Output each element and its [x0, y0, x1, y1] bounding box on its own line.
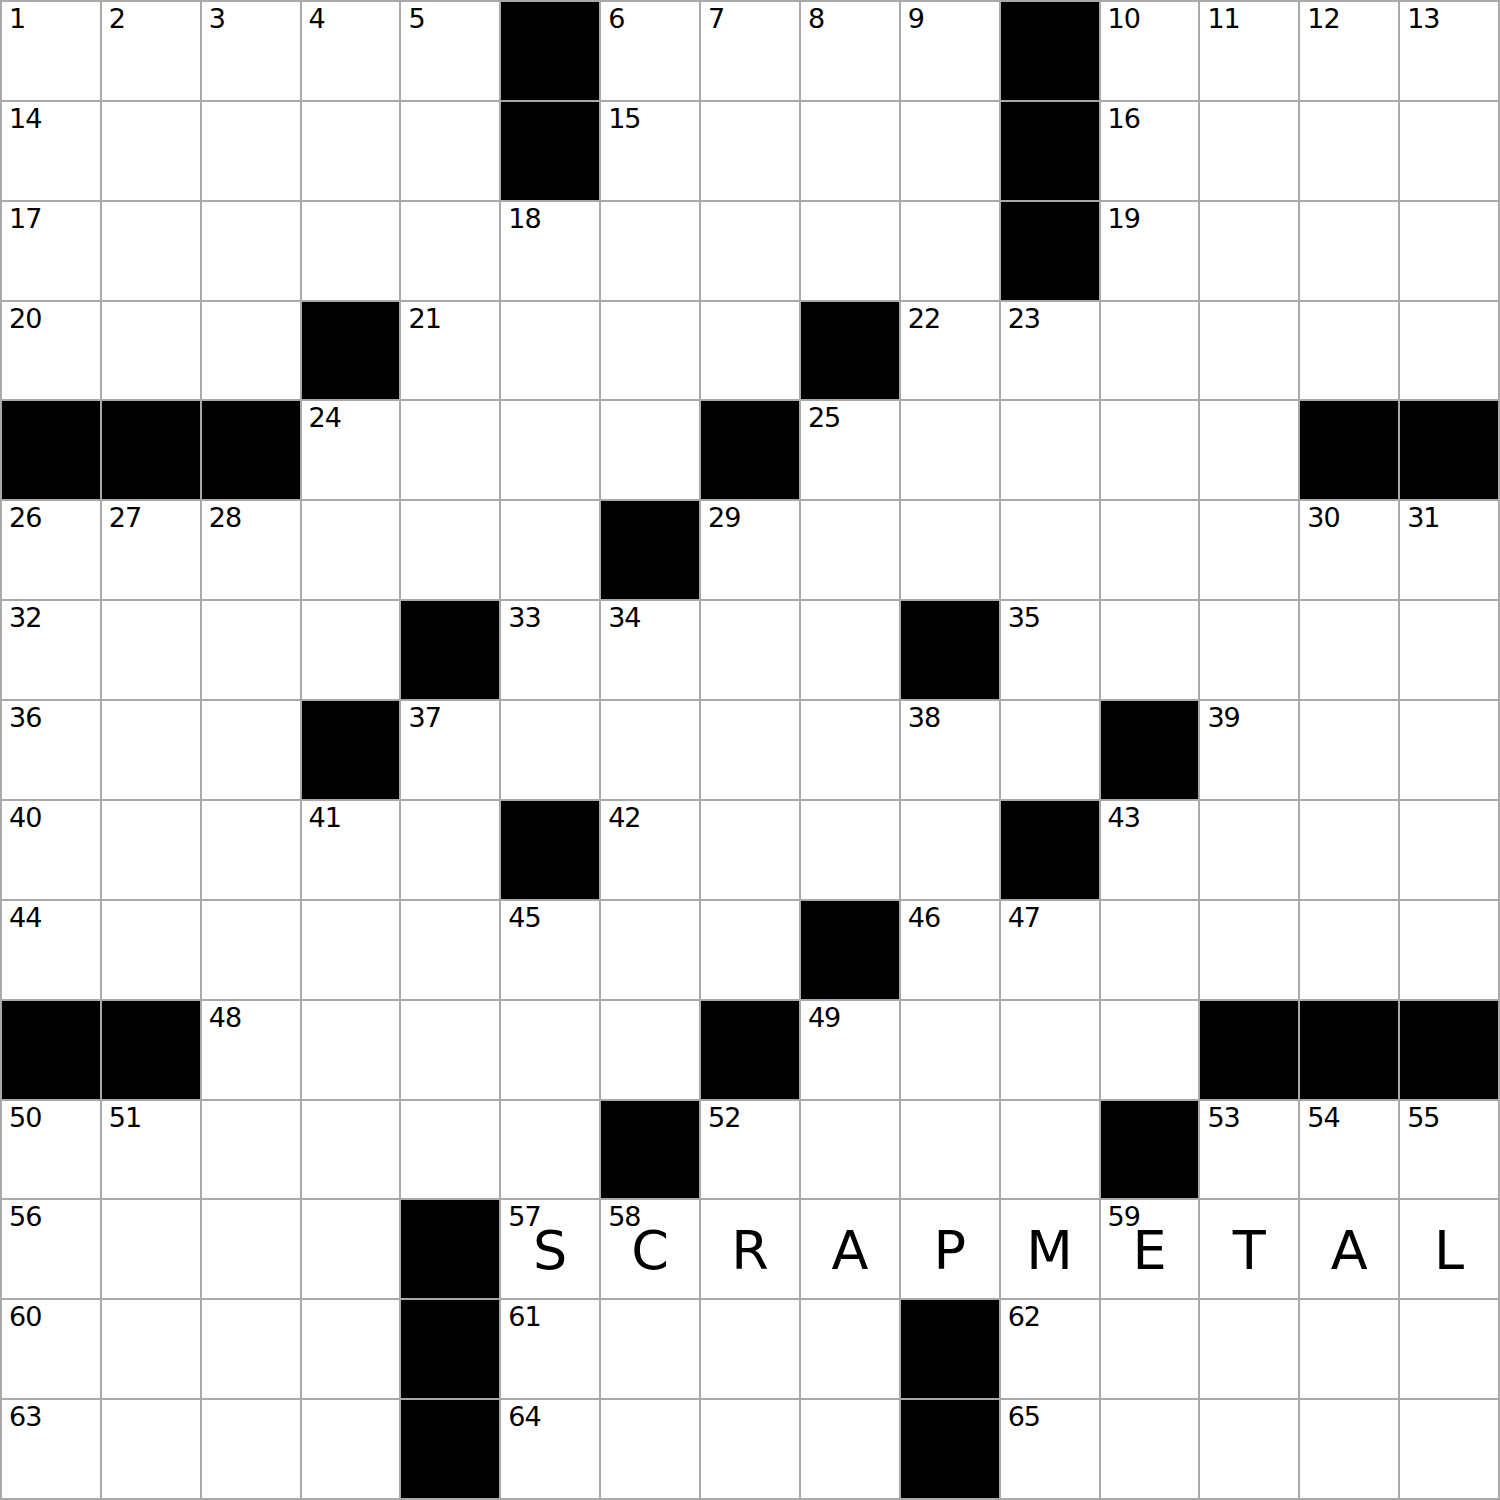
black-cell-r0-c5: [501, 2, 599, 100]
clue-number-33: 33: [508, 604, 540, 632]
clue-number-44: 44: [9, 904, 41, 932]
clue-number-36: 36: [9, 704, 41, 732]
cell-r7-c1[interactable]: [102, 701, 200, 799]
cell-r7-c5[interactable]: [501, 701, 599, 799]
cell-r0-c3[interactable]: 4: [302, 2, 400, 100]
cell-r3-c13[interactable]: [1300, 302, 1398, 400]
cell-r1-c3[interactable]: [302, 102, 400, 200]
cell-r7-c8[interactable]: [801, 701, 899, 799]
clue-number-21: 21: [408, 305, 440, 333]
clue-number-19: 19: [1108, 205, 1140, 233]
cell-r14-c11[interactable]: [1101, 1400, 1199, 1498]
cell-r1-c1[interactable]: [102, 102, 200, 200]
cell-r4-c4[interactable]: [401, 401, 499, 499]
cell-r5-c3[interactable]: [302, 501, 400, 599]
cell-r6-c2[interactable]: [202, 601, 300, 699]
cell-r5-c1[interactable]: 27: [102, 501, 200, 599]
cell-r0-c9[interactable]: 9: [901, 2, 999, 100]
clue-number-47: 47: [1008, 904, 1040, 932]
cell-r8-c1[interactable]: [102, 801, 200, 899]
cell-r6-c1[interactable]: [102, 601, 200, 699]
clue-number-49: 49: [808, 1004, 840, 1032]
cell-r0-c13[interactable]: 12: [1300, 2, 1398, 100]
black-cell-r2-c10: [1001, 202, 1099, 300]
clue-number-56: 56: [9, 1203, 41, 1231]
clue-number-12: 12: [1307, 5, 1339, 33]
clue-number-48: 48: [209, 1004, 241, 1032]
cell-r5-c2[interactable]: 28: [202, 501, 300, 599]
cell-r3-c4[interactable]: 21: [401, 302, 499, 400]
cell-r4-c12[interactable]: [1200, 401, 1298, 499]
cell-r10-c6[interactable]: [601, 1001, 699, 1099]
cell-r11-c0[interactable]: 50: [2, 1101, 100, 1199]
clue-number-20: 20: [9, 305, 41, 333]
clue-number-13: 13: [1407, 5, 1439, 33]
cell-letter-r12-c13: A: [1300, 1224, 1398, 1278]
clue-number-42: 42: [608, 804, 640, 832]
cell-r10-c8[interactable]: 49: [801, 1001, 899, 1099]
black-cell-r12-c4: [401, 1200, 499, 1298]
clue-number-7: 7: [708, 5, 724, 33]
clue-number-22: 22: [908, 305, 940, 333]
cell-r0-c11[interactable]: 10: [1101, 2, 1199, 100]
cell-r9-c9[interactable]: 46: [901, 901, 999, 999]
cell-r14-c2[interactable]: [202, 1400, 300, 1498]
clue-number-35: 35: [1008, 604, 1040, 632]
crossword-board: 1234567891011121314151617181920212223242…: [0, 0, 1500, 1500]
clue-number-9: 9: [908, 5, 924, 33]
cell-r3-c12[interactable]: [1200, 302, 1298, 400]
black-cell-r4-c14: [1400, 401, 1498, 499]
cell-r9-c6[interactable]: [601, 901, 699, 999]
clue-number-24: 24: [309, 404, 341, 432]
cell-r1-c11[interactable]: 16: [1101, 102, 1199, 200]
cell-r3-c9[interactable]: 22: [901, 302, 999, 400]
cell-r8-c3[interactable]: 41: [302, 801, 400, 899]
cell-r10-c5[interactable]: [501, 1001, 599, 1099]
cell-r2-c4[interactable]: [401, 202, 499, 300]
clue-number-55: 55: [1407, 1104, 1439, 1132]
cell-r1-c4[interactable]: [401, 102, 499, 200]
cell-r1-c8[interactable]: [801, 102, 899, 200]
cell-r0-c2[interactable]: 3: [202, 2, 300, 100]
cell-r1-c13[interactable]: [1300, 102, 1398, 200]
clue-number-51: 51: [109, 1104, 141, 1132]
cell-letter-r12-c6: C: [601, 1224, 699, 1278]
clue-number-41: 41: [309, 804, 341, 832]
cell-r5-c10[interactable]: [1001, 501, 1099, 599]
cell-r3-c6[interactable]: [601, 302, 699, 400]
cell-r1-c12[interactable]: [1200, 102, 1298, 200]
black-cell-r10-c0: [2, 1001, 100, 1099]
cell-r11-c4[interactable]: [401, 1101, 499, 1199]
cell-r8-c12[interactable]: [1200, 801, 1298, 899]
cell-r12-c11[interactable]: 59E: [1101, 1200, 1199, 1298]
cell-r2-c12[interactable]: [1200, 202, 1298, 300]
cell-r13-c2[interactable]: [202, 1300, 300, 1398]
cell-r2-c14[interactable]: [1400, 202, 1498, 300]
cell-r9-c14[interactable]: [1400, 901, 1498, 999]
cell-r13-c11[interactable]: [1101, 1300, 1199, 1398]
black-cell-r6-c9: [901, 601, 999, 699]
cell-r3-c2[interactable]: [202, 302, 300, 400]
cell-r7-c2[interactable]: [202, 701, 300, 799]
cell-r13-c8[interactable]: [801, 1300, 899, 1398]
cell-r5-c4[interactable]: [401, 501, 499, 599]
cell-r13-c0[interactable]: 60: [2, 1300, 100, 1398]
black-cell-r9-c8: [801, 901, 899, 999]
black-cell-r6-c4: [401, 601, 499, 699]
cell-r11-c13[interactable]: 54: [1300, 1101, 1398, 1199]
clue-number-62: 62: [1008, 1303, 1040, 1331]
cell-r2-c13[interactable]: [1300, 202, 1398, 300]
black-cell-r10-c1: [102, 1001, 200, 1099]
cell-r6-c8[interactable]: [801, 601, 899, 699]
clue-number-27: 27: [109, 504, 141, 532]
clue-number-16: 16: [1108, 105, 1140, 133]
clue-number-52: 52: [708, 1104, 740, 1132]
cell-r0-c4[interactable]: 5: [401, 2, 499, 100]
black-cell-r4-c0: [2, 401, 100, 499]
cell-r4-c6[interactable]: [601, 401, 699, 499]
cell-r7-c0[interactable]: 36: [2, 701, 100, 799]
clue-number-38: 38: [908, 704, 940, 732]
cell-letter-r12-c12: T: [1200, 1224, 1298, 1278]
cell-r2-c8[interactable]: [801, 202, 899, 300]
clue-number-29: 29: [708, 504, 740, 532]
black-cell-r13-c9: [901, 1300, 999, 1398]
cell-r7-c14[interactable]: [1400, 701, 1498, 799]
black-cell-r7-c11: [1101, 701, 1199, 799]
cell-r5-c14[interactable]: 31: [1400, 501, 1498, 599]
black-cell-r11-c11: [1101, 1101, 1199, 1199]
cell-r9-c11[interactable]: [1101, 901, 1199, 999]
black-cell-r13-c4: [401, 1300, 499, 1398]
cell-r1-c7[interactable]: [701, 102, 799, 200]
clue-number-18: 18: [508, 205, 540, 233]
clue-number-25: 25: [808, 404, 840, 432]
cell-r9-c1[interactable]: [102, 901, 200, 999]
cell-r14-c12[interactable]: [1200, 1400, 1298, 1498]
cell-r4-c8[interactable]: 25: [801, 401, 899, 499]
cell-r12-c7[interactable]: R: [701, 1200, 799, 1298]
cell-r8-c11[interactable]: 43: [1101, 801, 1199, 899]
cell-r7-c7[interactable]: [701, 701, 799, 799]
cell-r6-c0[interactable]: 32: [2, 601, 100, 699]
cell-r11-c14[interactable]: 55: [1400, 1101, 1498, 1199]
clue-number-10: 10: [1108, 5, 1140, 33]
black-cell-r8-c5: [501, 801, 599, 899]
clue-number-53: 53: [1207, 1104, 1239, 1132]
cell-r6-c11[interactable]: [1101, 601, 1199, 699]
cell-r5-c12[interactable]: [1200, 501, 1298, 599]
black-cell-r4-c2: [202, 401, 300, 499]
cell-r3-c11[interactable]: [1101, 302, 1199, 400]
cell-r9-c10[interactable]: 47: [1001, 901, 1099, 999]
cell-letter-r12-c10: M: [1001, 1224, 1099, 1278]
clue-number-37: 37: [408, 704, 440, 732]
cell-r12-c10[interactable]: M: [1001, 1200, 1099, 1298]
cell-r12-c0[interactable]: 56: [2, 1200, 100, 1298]
clue-number-6: 6: [608, 5, 624, 33]
clue-number-32: 32: [9, 604, 41, 632]
clue-number-34: 34: [608, 604, 640, 632]
cell-r5-c5[interactable]: [501, 501, 599, 599]
cell-letter-r12-c5: S: [501, 1224, 599, 1278]
cell-r12-c2[interactable]: [202, 1200, 300, 1298]
cell-r14-c5[interactable]: 64: [501, 1400, 599, 1498]
cell-r4-c10[interactable]: [1001, 401, 1099, 499]
cell-r4-c11[interactable]: [1101, 401, 1199, 499]
cell-r12-c6[interactable]: 58C: [601, 1200, 699, 1298]
black-cell-r0-c10: [1001, 2, 1099, 100]
clue-number-23: 23: [1008, 305, 1040, 333]
cell-r9-c0[interactable]: 44: [2, 901, 100, 999]
cell-r14-c1[interactable]: [102, 1400, 200, 1498]
cell-r12-c9[interactable]: P: [901, 1200, 999, 1298]
cell-r6-c7[interactable]: [701, 601, 799, 699]
cell-r2-c7[interactable]: [701, 202, 799, 300]
cell-r5-c8[interactable]: [801, 501, 899, 599]
cell-r1-c14[interactable]: [1400, 102, 1498, 200]
clue-number-17: 17: [9, 205, 41, 233]
cell-r8-c4[interactable]: [401, 801, 499, 899]
cell-r0-c14[interactable]: 13: [1400, 2, 1498, 100]
cell-r7-c13[interactable]: [1300, 701, 1398, 799]
cell-r4-c9[interactable]: [901, 401, 999, 499]
cell-r12-c13[interactable]: A: [1300, 1200, 1398, 1298]
cell-r9-c3[interactable]: [302, 901, 400, 999]
clue-number-3: 3: [209, 5, 225, 33]
black-cell-r7-c3: [302, 701, 400, 799]
cell-r0-c7[interactable]: 7: [701, 2, 799, 100]
clue-number-45: 45: [508, 904, 540, 932]
cell-r5-c11[interactable]: [1101, 501, 1199, 599]
cell-r11-c8[interactable]: [801, 1101, 899, 1199]
clue-number-63: 63: [9, 1403, 41, 1431]
clue-number-26: 26: [9, 504, 41, 532]
cell-r2-c9[interactable]: [901, 202, 999, 300]
cell-r7-c9[interactable]: 38: [901, 701, 999, 799]
cell-r11-c7[interactable]: 52: [701, 1101, 799, 1199]
clue-number-4: 4: [309, 5, 325, 33]
cell-r2-c6[interactable]: [601, 202, 699, 300]
clue-number-31: 31: [1407, 504, 1439, 532]
clue-number-64: 64: [508, 1403, 540, 1431]
clue-number-8: 8: [808, 5, 824, 33]
clue-number-15: 15: [608, 105, 640, 133]
clue-number-30: 30: [1307, 504, 1339, 532]
black-cell-r5-c6: [601, 501, 699, 599]
cell-r12-c3[interactable]: [302, 1200, 400, 1298]
cell-r11-c5[interactable]: [501, 1101, 599, 1199]
cell-r1-c6[interactable]: 15: [601, 102, 699, 200]
cell-r3-c10[interactable]: 23: [1001, 302, 1099, 400]
cell-r6-c6[interactable]: 34: [601, 601, 699, 699]
cell-r7-c6[interactable]: [601, 701, 699, 799]
clue-number-1: 1: [9, 5, 25, 33]
cell-r12-c14[interactable]: L: [1400, 1200, 1498, 1298]
cell-r9-c13[interactable]: [1300, 901, 1398, 999]
cell-r11-c10[interactable]: [1001, 1101, 1099, 1199]
cell-r14-c14[interactable]: [1400, 1400, 1498, 1498]
cell-r5-c13[interactable]: 30: [1300, 501, 1398, 599]
cell-r2-c2[interactable]: [202, 202, 300, 300]
cell-r12-c12[interactable]: T: [1200, 1200, 1298, 1298]
cell-r8-c8[interactable]: [801, 801, 899, 899]
cell-r8-c9[interactable]: [901, 801, 999, 899]
cell-r14-c3[interactable]: [302, 1400, 400, 1498]
cell-r6-c14[interactable]: [1400, 601, 1498, 699]
black-cell-r10-c14: [1400, 1001, 1498, 1099]
cell-r2-c5[interactable]: 18: [501, 202, 599, 300]
cell-r7-c10[interactable]: [1001, 701, 1099, 799]
cell-r11-c12[interactable]: 53: [1200, 1101, 1298, 1199]
cell-r2-c3[interactable]: [302, 202, 400, 300]
clue-number-46: 46: [908, 904, 940, 932]
cell-r1-c9[interactable]: [901, 102, 999, 200]
cell-r10-c11[interactable]: [1101, 1001, 1199, 1099]
clue-number-65: 65: [1008, 1403, 1040, 1431]
cell-r11-c9[interactable]: [901, 1101, 999, 1199]
cell-r11-c3[interactable]: [302, 1101, 400, 1199]
cell-r13-c1[interactable]: [102, 1300, 200, 1398]
clue-number-11: 11: [1207, 5, 1239, 33]
cell-r3-c1[interactable]: [102, 302, 200, 400]
black-cell-r1-c10: [1001, 102, 1099, 200]
cell-r6-c3[interactable]: [302, 601, 400, 699]
cell-r9-c12[interactable]: [1200, 901, 1298, 999]
cell-r6-c12[interactable]: [1200, 601, 1298, 699]
cell-r0-c8[interactable]: 8: [801, 2, 899, 100]
black-cell-r1-c5: [501, 102, 599, 200]
cell-r8-c2[interactable]: [202, 801, 300, 899]
cell-letter-r12-c14: L: [1400, 1224, 1498, 1278]
cell-r2-c11[interactable]: 19: [1101, 202, 1199, 300]
cell-r4-c5[interactable]: [501, 401, 599, 499]
clue-number-39: 39: [1207, 704, 1239, 732]
cell-letter-r12-c8: A: [801, 1224, 899, 1278]
cell-r6-c10[interactable]: 35: [1001, 601, 1099, 699]
cell-r10-c3[interactable]: [302, 1001, 400, 1099]
clue-number-40: 40: [9, 804, 41, 832]
cell-r13-c10[interactable]: 62: [1001, 1300, 1099, 1398]
cell-r13-c13[interactable]: [1300, 1300, 1398, 1398]
cell-r1-c0[interactable]: 14: [2, 102, 100, 200]
clue-number-5: 5: [408, 5, 424, 33]
cell-r10-c4[interactable]: [401, 1001, 499, 1099]
cell-r3-c7[interactable]: [701, 302, 799, 400]
clue-number-50: 50: [9, 1104, 41, 1132]
black-cell-r14-c9: [901, 1400, 999, 1498]
black-cell-r11-c6: [601, 1101, 699, 1199]
cell-r5-c9[interactable]: [901, 501, 999, 599]
cell-r5-c0[interactable]: 26: [2, 501, 100, 599]
cell-r9-c2[interactable]: [202, 901, 300, 999]
cell-r14-c0[interactable]: 63: [2, 1400, 100, 1498]
cell-r13-c12[interactable]: [1200, 1300, 1298, 1398]
cell-r3-c0[interactable]: 20: [2, 302, 100, 400]
cell-r3-c14[interactable]: [1400, 302, 1498, 400]
cell-r6-c13[interactable]: [1300, 601, 1398, 699]
cell-r13-c14[interactable]: [1400, 1300, 1498, 1398]
cell-r6-c5[interactable]: 33: [501, 601, 599, 699]
clue-number-43: 43: [1108, 804, 1140, 832]
cell-r9-c4[interactable]: [401, 901, 499, 999]
cell-r13-c6[interactable]: [601, 1300, 699, 1398]
cell-r3-c5[interactable]: [501, 302, 599, 400]
cell-r5-c7[interactable]: 29: [701, 501, 799, 599]
cell-r8-c13[interactable]: [1300, 801, 1398, 899]
black-cell-r10-c13: [1300, 1001, 1398, 1099]
cell-r2-c0[interactable]: 17: [2, 202, 100, 300]
cell-r12-c5[interactable]: 57S: [501, 1200, 599, 1298]
cell-r8-c7[interactable]: [701, 801, 799, 899]
cell-r13-c3[interactable]: [302, 1300, 400, 1398]
cell-r2-c1[interactable]: [102, 202, 200, 300]
cell-r11-c1[interactable]: 51: [102, 1101, 200, 1199]
clue-number-28: 28: [209, 504, 241, 532]
cell-r10-c9[interactable]: [901, 1001, 999, 1099]
cell-letter-r12-c9: P: [901, 1224, 999, 1278]
cell-r13-c7[interactable]: [701, 1300, 799, 1398]
cell-r7-c12[interactable]: 39: [1200, 701, 1298, 799]
black-cell-r3-c3: [302, 302, 400, 400]
cell-r0-c6[interactable]: 6: [601, 2, 699, 100]
cell-r13-c5[interactable]: 61: [501, 1300, 599, 1398]
black-cell-r10-c12: [1200, 1001, 1298, 1099]
black-cell-r8-c10: [1001, 801, 1099, 899]
clue-number-14: 14: [9, 105, 41, 133]
cell-r10-c10[interactable]: [1001, 1001, 1099, 1099]
cell-r10-c2[interactable]: 48: [202, 1001, 300, 1099]
cell-r1-c2[interactable]: [202, 102, 300, 200]
clue-number-60: 60: [9, 1303, 41, 1331]
cell-r12-c8[interactable]: A: [801, 1200, 899, 1298]
cell-letter-r12-c7: R: [701, 1224, 799, 1278]
cell-r12-c1[interactable]: [102, 1200, 200, 1298]
black-cell-r4-c13: [1300, 401, 1398, 499]
cell-r14-c7[interactable]: [701, 1400, 799, 1498]
cell-r0-c0[interactable]: 1: [2, 2, 100, 100]
clue-number-2: 2: [109, 5, 125, 33]
cell-r11-c2[interactable]: [202, 1101, 300, 1199]
cell-r8-c6[interactable]: 42: [601, 801, 699, 899]
clue-number-61: 61: [508, 1303, 540, 1331]
black-cell-r14-c4: [401, 1400, 499, 1498]
black-cell-r10-c7: [701, 1001, 799, 1099]
cell-r8-c14[interactable]: [1400, 801, 1498, 899]
cell-r9-c7[interactable]: [701, 901, 799, 999]
cell-r0-c1[interactable]: 2: [102, 2, 200, 100]
black-cell-r4-c1: [102, 401, 200, 499]
cell-r8-c0[interactable]: 40: [2, 801, 100, 899]
clue-number-54: 54: [1307, 1104, 1339, 1132]
cell-r9-c5[interactable]: 45: [501, 901, 599, 999]
cell-r7-c4[interactable]: 37: [401, 701, 499, 799]
cell-r14-c10[interactable]: 65: [1001, 1400, 1099, 1498]
cell-r0-c12[interactable]: 11: [1200, 2, 1298, 100]
cell-letter-r12-c11: E: [1101, 1224, 1199, 1278]
black-cell-r3-c8: [801, 302, 899, 400]
cell-r14-c6[interactable]: [601, 1400, 699, 1498]
black-cell-r4-c7: [701, 401, 799, 499]
cell-r14-c13[interactable]: [1300, 1400, 1398, 1498]
cell-r14-c8[interactable]: [801, 1400, 899, 1498]
cell-r4-c3[interactable]: 24: [302, 401, 400, 499]
